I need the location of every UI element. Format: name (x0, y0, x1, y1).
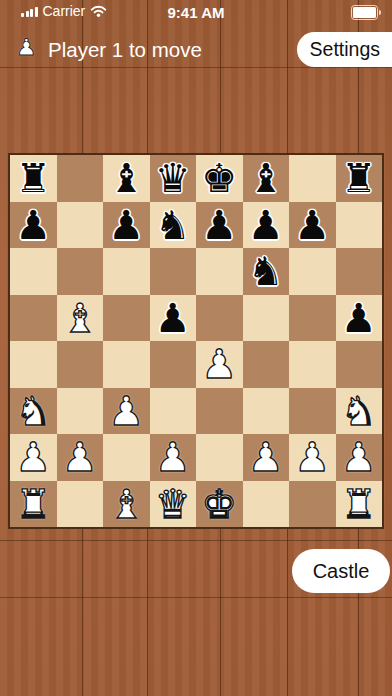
square-f6[interactable]: ♞ (243, 248, 290, 295)
square-g4[interactable] (289, 341, 336, 388)
square-e5[interactable] (196, 295, 243, 342)
square-a3[interactable]: ♞ (10, 388, 57, 435)
square-g3[interactable] (289, 388, 336, 435)
square-e3[interactable] (196, 388, 243, 435)
black-pawn: ♟ (294, 202, 330, 248)
square-h1[interactable]: ♜ (336, 481, 383, 528)
square-g8[interactable] (289, 155, 336, 202)
square-a2[interactable]: ♟ (10, 434, 57, 481)
white-queen: ♛ (155, 481, 191, 527)
square-h5[interactable]: ♟ (336, 295, 383, 342)
black-king: ♚ (201, 155, 237, 201)
white-pawn: ♟ (62, 434, 98, 480)
square-c7[interactable]: ♟ (103, 202, 150, 249)
square-c4[interactable] (103, 341, 150, 388)
square-b3[interactable] (57, 388, 104, 435)
square-c6[interactable] (103, 248, 150, 295)
square-d1[interactable]: ♛ (150, 481, 197, 528)
clock-time: 9:41 AM (0, 4, 392, 21)
square-f7[interactable]: ♟ (243, 202, 290, 249)
square-g6[interactable] (289, 248, 336, 295)
black-pawn: ♟ (108, 202, 144, 248)
square-b5[interactable]: ♝ (57, 295, 104, 342)
square-c3[interactable]: ♟ (103, 388, 150, 435)
square-a7[interactable]: ♟ (10, 202, 57, 249)
black-knight: ♞ (155, 202, 191, 248)
square-d5[interactable]: ♟ (150, 295, 197, 342)
black-pawn: ♟ (155, 295, 191, 341)
square-e7[interactable]: ♟ (196, 202, 243, 249)
square-g2[interactable]: ♟ (289, 434, 336, 481)
white-knight: ♞ (341, 388, 377, 434)
square-a8[interactable]: ♜ (10, 155, 57, 202)
black-bishop: ♝ (248, 155, 284, 201)
square-g5[interactable] (289, 295, 336, 342)
square-g1[interactable] (289, 481, 336, 528)
square-d6[interactable] (150, 248, 197, 295)
square-h3[interactable]: ♞ (336, 388, 383, 435)
square-e6[interactable] (196, 248, 243, 295)
square-b6[interactable] (57, 248, 104, 295)
castle-button[interactable]: Castle (292, 549, 390, 593)
square-d4[interactable] (150, 341, 197, 388)
white-pawn: ♟ (294, 434, 330, 480)
square-e8[interactable]: ♚ (196, 155, 243, 202)
square-h6[interactable] (336, 248, 383, 295)
square-e2[interactable] (196, 434, 243, 481)
square-c2[interactable] (103, 434, 150, 481)
square-a6[interactable] (10, 248, 57, 295)
white-pawn: ♟ (248, 434, 284, 480)
square-e1[interactable]: ♚ (196, 481, 243, 528)
white-pawn-icon: ♟ (16, 36, 37, 59)
square-g7[interactable]: ♟ (289, 202, 336, 249)
square-d7[interactable]: ♞ (150, 202, 197, 249)
black-bishop: ♝ (108, 155, 144, 201)
square-a5[interactable] (10, 295, 57, 342)
white-pawn: ♟ (341, 434, 377, 480)
square-f1[interactable] (243, 481, 290, 528)
square-h4[interactable] (336, 341, 383, 388)
settings-button[interactable]: Settings (297, 32, 392, 67)
square-h7[interactable] (336, 202, 383, 249)
square-c8[interactable]: ♝ (103, 155, 150, 202)
square-c1[interactable]: ♝ (103, 481, 150, 528)
black-pawn: ♟ (15, 202, 51, 248)
square-d8[interactable]: ♛ (150, 155, 197, 202)
black-queen: ♛ (155, 155, 191, 201)
white-rook: ♜ (341, 481, 377, 527)
black-knight: ♞ (248, 248, 284, 294)
square-h2[interactable]: ♟ (336, 434, 383, 481)
black-rook: ♜ (15, 155, 51, 201)
white-pawn: ♟ (155, 434, 191, 480)
square-f8[interactable]: ♝ (243, 155, 290, 202)
square-f2[interactable]: ♟ (243, 434, 290, 481)
white-king: ♚ (201, 481, 237, 527)
square-d2[interactable]: ♟ (150, 434, 197, 481)
status-bar: Carrier 9:41 AM (0, 0, 392, 22)
square-a1[interactable]: ♜ (10, 481, 57, 528)
square-e4[interactable]: ♟ (196, 341, 243, 388)
square-a4[interactable] (10, 341, 57, 388)
chess-board: ♜♝♛♚♝♜♟♟♞♟♟♟♞♝♟♟♟♞♟♞♟♟♟♟♟♟♜♝♛♚♜ (8, 153, 384, 529)
square-h8[interactable]: ♜ (336, 155, 383, 202)
square-b4[interactable] (57, 341, 104, 388)
black-pawn: ♟ (248, 202, 284, 248)
square-f3[interactable] (243, 388, 290, 435)
square-b2[interactable]: ♟ (57, 434, 104, 481)
square-d3[interactable] (150, 388, 197, 435)
white-pawn: ♟ (15, 434, 51, 480)
square-f4[interactable] (243, 341, 290, 388)
white-knight: ♞ (15, 388, 51, 434)
square-f5[interactable] (243, 295, 290, 342)
black-rook: ♜ (341, 155, 377, 201)
black-pawn: ♟ (341, 295, 377, 341)
white-bishop: ♝ (108, 481, 144, 527)
white-pawn: ♟ (201, 341, 237, 387)
square-c5[interactable] (103, 295, 150, 342)
white-rook: ♜ (15, 481, 51, 527)
square-b8[interactable] (57, 155, 104, 202)
battery-icon (351, 5, 378, 20)
turn-header: ♟ Player 1 to move Settings (0, 30, 392, 70)
turn-indicator-label: Player 1 to move (48, 38, 202, 62)
square-b1[interactable] (57, 481, 104, 528)
black-pawn: ♟ (201, 202, 237, 248)
white-pawn: ♟ (108, 388, 144, 434)
white-bishop: ♝ (62, 295, 98, 341)
square-b7[interactable] (57, 202, 104, 249)
